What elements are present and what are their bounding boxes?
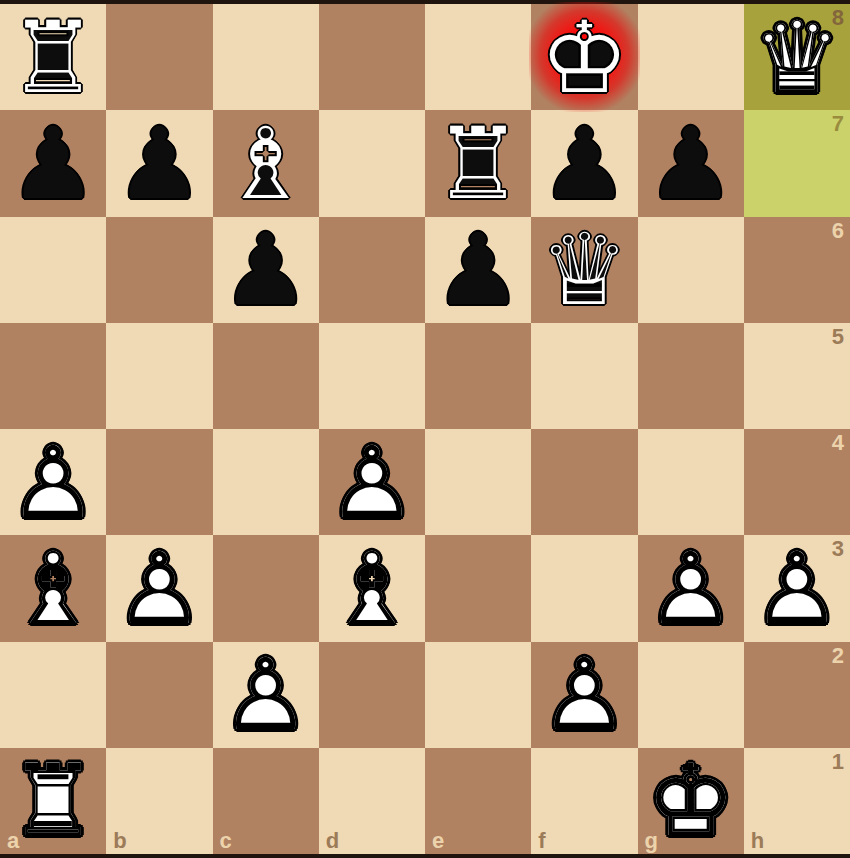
- square-a5[interactable]: [0, 323, 106, 429]
- square-e7[interactable]: ♜♖: [425, 110, 531, 216]
- square-g3[interactable]: ♟♙: [638, 535, 744, 641]
- square-c7[interactable]: ♝♗: [213, 110, 319, 216]
- piece-black-pawn[interactable]: ♟: [638, 110, 744, 216]
- file-label-a: a: [7, 830, 19, 852]
- square-g6[interactable]: [638, 217, 744, 323]
- square-e5[interactable]: [425, 323, 531, 429]
- square-b7[interactable]: ♟: [106, 110, 212, 216]
- rank-label-1: 1: [832, 751, 844, 773]
- square-d1[interactable]: d: [319, 748, 425, 854]
- piece-black-rook[interactable]: ♜♖: [425, 110, 531, 216]
- square-g1[interactable]: ♚♔g: [638, 748, 744, 854]
- square-h6[interactable]: 6: [744, 217, 850, 323]
- square-h4[interactable]: 4: [744, 429, 850, 535]
- piece-black-pawn[interactable]: ♟: [106, 110, 212, 216]
- square-c5[interactable]: [213, 323, 319, 429]
- square-a1[interactable]: ♜♖a: [0, 748, 106, 854]
- square-b3[interactable]: ♟♙: [106, 535, 212, 641]
- square-c3[interactable]: [213, 535, 319, 641]
- square-e6[interactable]: ♟: [425, 217, 531, 323]
- piece-white-pawn[interactable]: ♟♙: [638, 535, 744, 641]
- square-c8[interactable]: [213, 4, 319, 110]
- square-a4[interactable]: ♟♙: [0, 429, 106, 535]
- square-c2[interactable]: ♟♙: [213, 642, 319, 748]
- square-d7[interactable]: [319, 110, 425, 216]
- rank-label-5: 5: [832, 326, 844, 348]
- square-c1[interactable]: c: [213, 748, 319, 854]
- square-b2[interactable]: [106, 642, 212, 748]
- square-b6[interactable]: [106, 217, 212, 323]
- square-a2[interactable]: [0, 642, 106, 748]
- rank-label-4: 4: [832, 432, 844, 454]
- square-f2[interactable]: ♟♙: [531, 642, 637, 748]
- piece-black-bishop[interactable]: ♝♗: [213, 110, 319, 216]
- square-d3[interactable]: ♝♗: [319, 535, 425, 641]
- square-d4[interactable]: ♟♙: [319, 429, 425, 535]
- piece-black-pawn[interactable]: ♟: [531, 110, 637, 216]
- square-d2[interactable]: [319, 642, 425, 748]
- file-label-b: b: [113, 830, 126, 852]
- square-e3[interactable]: [425, 535, 531, 641]
- square-h5[interactable]: 5: [744, 323, 850, 429]
- square-h1[interactable]: h1: [744, 748, 850, 854]
- square-e1[interactable]: e: [425, 748, 531, 854]
- square-h3[interactable]: ♟♙3: [744, 535, 850, 641]
- rank-label-7: 7: [832, 113, 844, 135]
- square-d8[interactable]: [319, 4, 425, 110]
- piece-white-pawn[interactable]: ♟♙: [531, 642, 637, 748]
- piece-black-king[interactable]: ♚♔: [531, 4, 637, 110]
- square-a7[interactable]: ♟: [0, 110, 106, 216]
- square-f6[interactable]: ♛♕: [531, 217, 637, 323]
- square-e8[interactable]: [425, 4, 531, 110]
- file-label-f: f: [538, 830, 545, 852]
- rank-label-3: 3: [832, 538, 844, 560]
- piece-white-pawn[interactable]: ♟♙: [0, 429, 106, 535]
- square-b8[interactable]: [106, 4, 212, 110]
- square-g5[interactable]: [638, 323, 744, 429]
- square-g2[interactable]: [638, 642, 744, 748]
- rank-label-2: 2: [832, 645, 844, 667]
- rank-label-6: 6: [832, 220, 844, 242]
- square-b5[interactable]: [106, 323, 212, 429]
- square-c4[interactable]: [213, 429, 319, 535]
- piece-white-bishop[interactable]: ♝♗: [0, 535, 106, 641]
- piece-white-pawn[interactable]: ♟♙: [106, 535, 212, 641]
- square-f7[interactable]: ♟: [531, 110, 637, 216]
- piece-black-pawn[interactable]: ♟: [425, 217, 531, 323]
- square-c6[interactable]: ♟: [213, 217, 319, 323]
- file-label-h: h: [751, 830, 764, 852]
- square-d5[interactable]: [319, 323, 425, 429]
- square-a8[interactable]: ♜♖: [0, 4, 106, 110]
- piece-white-pawn[interactable]: ♟♙: [213, 642, 319, 748]
- square-a3[interactable]: ♝♗: [0, 535, 106, 641]
- piece-white-bishop[interactable]: ♝♗: [319, 535, 425, 641]
- rank-label-8: 8: [832, 7, 844, 29]
- file-label-g: g: [645, 830, 658, 852]
- chess-board: ♜♖♚♔♛♕8♟♟♝♗♜♖♟♟7♟♟♛♕65♟♙♟♙4♝♗♟♙♝♗♟♙♟♙3♟♙…: [0, 4, 850, 854]
- square-g4[interactable]: [638, 429, 744, 535]
- piece-black-queen[interactable]: ♛♕: [531, 217, 637, 323]
- square-e2[interactable]: [425, 642, 531, 748]
- square-f5[interactable]: [531, 323, 637, 429]
- square-b4[interactable]: [106, 429, 212, 535]
- file-label-c: c: [220, 830, 232, 852]
- square-f3[interactable]: [531, 535, 637, 641]
- square-f8[interactable]: ♚♔: [531, 4, 637, 110]
- square-f4[interactable]: [531, 429, 637, 535]
- piece-black-pawn[interactable]: ♟: [213, 217, 319, 323]
- file-label-e: e: [432, 830, 444, 852]
- piece-black-rook[interactable]: ♜♖: [0, 4, 106, 110]
- square-e4[interactable]: [425, 429, 531, 535]
- square-h7[interactable]: 7: [744, 110, 850, 216]
- square-d6[interactable]: [319, 217, 425, 323]
- square-f1[interactable]: f: [531, 748, 637, 854]
- square-g7[interactable]: ♟: [638, 110, 744, 216]
- file-label-d: d: [326, 830, 339, 852]
- piece-white-pawn[interactable]: ♟♙: [319, 429, 425, 535]
- square-h8[interactable]: ♛♕8: [744, 4, 850, 110]
- square-h2[interactable]: 2: [744, 642, 850, 748]
- square-a6[interactable]: [0, 217, 106, 323]
- square-g8[interactable]: [638, 4, 744, 110]
- square-b1[interactable]: b: [106, 748, 212, 854]
- piece-black-pawn[interactable]: ♟: [0, 110, 106, 216]
